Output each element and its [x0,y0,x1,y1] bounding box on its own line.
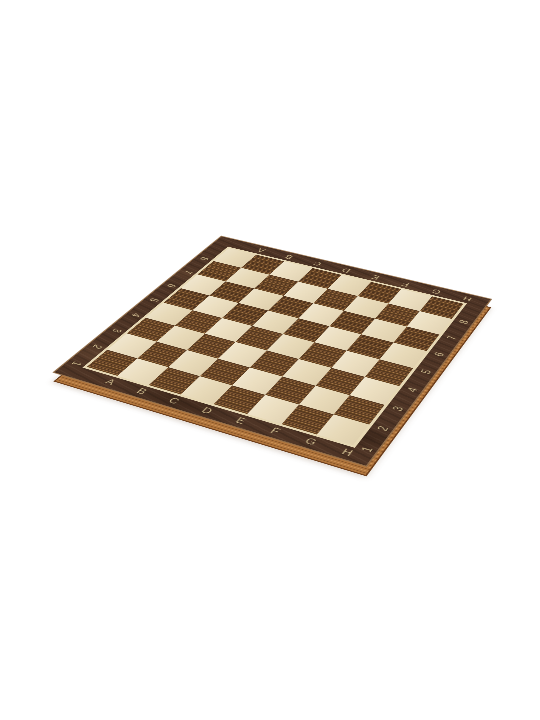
square-c1[interactable] [149,367,200,394]
square-d1[interactable] [181,376,232,404]
file-label-f-south: F [269,427,283,436]
square-f2[interactable] [265,377,315,405]
square-g5[interactable] [347,334,394,359]
square-b1[interactable] [117,358,168,385]
file-label-h-south: H [340,448,355,458]
rank-label-3-west: 3 [110,328,124,334]
rank-label-8-west: 8 [198,256,210,261]
file-label-b-north: B [283,254,294,260]
file-label-e-south: E [234,417,248,426]
square-h3[interactable] [350,377,400,405]
square-g3[interactable] [316,368,365,395]
file-label-b-south: B [134,387,148,395]
file-label-h-north: H [462,295,474,302]
square-e3[interactable] [250,350,299,376]
rank-label-8-east: 8 [458,319,471,325]
square-d3[interactable] [218,342,267,368]
file-label-e-north: E [370,274,381,280]
square-f1[interactable] [247,395,299,424]
page-background: AABBCCDDEEFFGGHH1122334455667788 [0,0,540,720]
rank-label-6-east: 6 [433,351,447,357]
rank-label-1-east: 1 [360,446,376,454]
board-frame: AABBCCDDEEFFGGHH1122334455667788 [52,236,492,467]
file-label-c-south: C [166,397,181,406]
file-label-d-north: D [340,267,352,273]
square-e2[interactable] [232,368,282,395]
rank-label-1-west: 1 [69,361,83,367]
square-h1[interactable] [317,414,369,445]
square-h4[interactable] [365,359,413,386]
file-label-g-north: G [430,288,442,295]
chess-board: AABBCCDDEEFFGGHH1122334455667788 [52,236,492,467]
square-g4[interactable] [331,351,379,377]
square-g1[interactable] [282,404,334,434]
square-e4[interactable] [267,334,315,359]
file-label-f-north: F [400,281,411,287]
rank-label-2-west: 2 [90,344,104,350]
rank-label-2-east: 2 [376,425,391,432]
file-label-c-north: C [311,260,323,266]
square-e1[interactable] [214,385,266,414]
square-b2[interactable] [137,342,187,368]
rank-label-5-west: 5 [147,297,160,302]
rank-label-7-west: 7 [182,269,194,274]
rank-label-7-east: 7 [446,335,459,341]
rank-label-4-west: 4 [129,312,142,318]
square-d2[interactable] [200,359,250,386]
rank-label-3-east: 3 [391,405,406,412]
square-a2[interactable] [107,333,156,358]
rank-label-4-east: 4 [406,386,420,393]
rank-label-6-west: 6 [165,283,178,288]
file-label-a-south: A [103,378,117,386]
square-c2[interactable] [168,350,218,376]
square-g2[interactable] [299,386,350,415]
file-label-a-north: A [256,247,267,253]
square-a1[interactable] [87,350,138,376]
rank-label-5-east: 5 [420,368,434,374]
square-h2[interactable] [334,395,385,424]
file-label-d-south: D [199,407,214,416]
square-f4[interactable] [299,342,347,368]
square-h5[interactable] [380,343,427,369]
square-c3[interactable] [187,334,236,359]
square-f3[interactable] [282,359,331,386]
file-label-g-south: G [303,437,319,447]
